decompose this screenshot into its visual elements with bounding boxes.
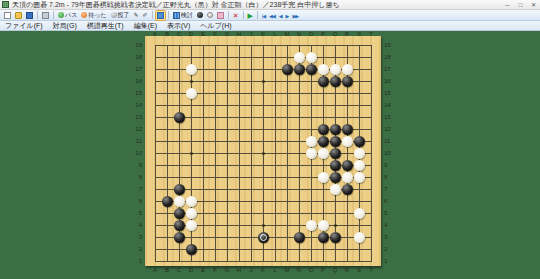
board-intersection[interactable] [353,171,365,183]
board-intersection[interactable] [329,39,341,51]
board-intersection[interactable] [293,111,305,123]
board-intersection[interactable] [365,243,377,255]
board-intersection[interactable] [197,147,209,159]
board-intersection[interactable] [209,51,221,63]
board-intersection[interactable] [209,255,221,267]
board-intersection[interactable] [257,63,269,75]
board-intersection[interactable] [293,63,305,75]
board-intersection[interactable] [161,207,173,219]
board-intersection[interactable] [149,159,161,171]
board-intersection[interactable] [365,135,377,147]
board-intersection[interactable] [293,39,305,51]
board-intersection[interactable] [233,63,245,75]
board-intersection[interactable] [149,51,161,63]
board-intersection[interactable] [365,207,377,219]
board-intersection[interactable] [233,39,245,51]
board-intersection[interactable] [161,255,173,267]
board-intersection[interactable] [257,219,269,231]
board-intersection[interactable] [317,63,329,75]
board-intersection[interactable] [173,231,185,243]
board-intersection[interactable] [317,39,329,51]
board-intersection[interactable] [353,159,365,171]
board-intersection[interactable] [341,171,353,183]
nav-forward10-button[interactable]: ▶▶ [291,11,299,20]
board-intersection[interactable] [221,219,233,231]
board-intersection[interactable] [305,63,317,75]
board-intersection[interactable] [305,75,317,87]
board-intersection[interactable] [185,135,197,147]
board-intersection[interactable] [317,243,329,255]
board-intersection[interactable] [269,219,281,231]
board-intersection[interactable] [221,51,233,63]
board-intersection[interactable] [149,123,161,135]
board-intersection[interactable] [257,135,269,147]
board-intersection[interactable] [161,99,173,111]
board-intersection[interactable] [185,159,197,171]
board-intersection[interactable] [233,147,245,159]
board-intersection[interactable] [209,195,221,207]
board-intersection[interactable] [161,219,173,231]
board-intersection[interactable] [341,207,353,219]
board-intersection[interactable] [173,171,185,183]
board-intersection[interactable] [221,243,233,255]
board-intersection[interactable] [173,75,185,87]
board-intersection[interactable] [221,159,233,171]
board-intersection[interactable] [209,111,221,123]
board-intersection[interactable] [149,231,161,243]
board-intersection[interactable] [185,207,197,219]
board-intersection[interactable] [233,135,245,147]
board-intersection[interactable] [329,75,341,87]
new-file-button[interactable] [3,11,12,20]
black-stone-tool[interactable] [196,11,204,20]
board-intersection[interactable] [341,75,353,87]
board-intersection[interactable] [317,231,329,243]
board-intersection[interactable] [161,243,173,255]
board-intersection[interactable] [233,207,245,219]
board-intersection[interactable] [197,51,209,63]
board-intersection[interactable] [149,147,161,159]
board-intersection[interactable] [305,147,317,159]
play-button[interactable]: ▶ [247,11,254,20]
board-intersection[interactable] [149,219,161,231]
board-intersection[interactable] [269,135,281,147]
board-intersection[interactable] [161,195,173,207]
board-intersection[interactable] [209,123,221,135]
board-intersection[interactable] [149,39,161,51]
board-intersection[interactable] [353,123,365,135]
board-intersection[interactable] [149,87,161,99]
board-intersection[interactable] [317,147,329,159]
board-intersection[interactable] [341,219,353,231]
board-intersection[interactable] [317,207,329,219]
board-intersection[interactable] [365,39,377,51]
board-intersection[interactable] [185,39,197,51]
board-intersection[interactable] [257,195,269,207]
board-intersection[interactable] [365,87,377,99]
board-intersection[interactable] [353,135,365,147]
board-intersection[interactable] [245,195,257,207]
board-intersection[interactable] [197,243,209,255]
board-intersection[interactable] [365,123,377,135]
board-intersection[interactable] [293,75,305,87]
board-intersection[interactable] [281,123,293,135]
board-intersection[interactable] [245,75,257,87]
board-intersection[interactable] [329,99,341,111]
board-intersection[interactable] [305,183,317,195]
board-intersection[interactable] [281,207,293,219]
board-intersection[interactable] [353,87,365,99]
board-intersection[interactable] [341,231,353,243]
board-intersection[interactable] [161,123,173,135]
board-intersection[interactable] [149,135,161,147]
board-intersection[interactable] [245,231,257,243]
board-intersection[interactable] [161,51,173,63]
board-intersection[interactable] [257,171,269,183]
board-intersection[interactable] [257,87,269,99]
board-intersection[interactable] [197,99,209,111]
board-intersection[interactable] [197,39,209,51]
board-intersection[interactable] [185,99,197,111]
board-intersection[interactable] [305,231,317,243]
board-intersection[interactable] [269,255,281,267]
board-intersection[interactable] [269,183,281,195]
board-intersection[interactable] [245,123,257,135]
board-intersection[interactable] [209,219,221,231]
board-intersection[interactable] [221,147,233,159]
board-intersection[interactable] [257,159,269,171]
board-intersection[interactable] [233,255,245,267]
board-intersection[interactable] [209,231,221,243]
board-intersection[interactable] [173,39,185,51]
board-intersection[interactable] [281,63,293,75]
board-intersection[interactable] [197,75,209,87]
board-intersection[interactable] [329,195,341,207]
board-intersection[interactable] [341,123,353,135]
board-intersection[interactable] [269,75,281,87]
board-intersection[interactable] [317,51,329,63]
board-intersection[interactable] [173,123,185,135]
board-intersection[interactable] [293,231,305,243]
board-intersection[interactable] [161,231,173,243]
board-intersection[interactable] [353,195,365,207]
board-intersection[interactable] [173,159,185,171]
board-intersection[interactable] [293,219,305,231]
board-intersection[interactable] [185,219,197,231]
board-intersection[interactable] [317,219,329,231]
board-intersection[interactable] [305,99,317,111]
save-file-button[interactable] [25,11,34,20]
board-intersection[interactable] [221,99,233,111]
board-intersection[interactable] [185,75,197,87]
board-intersection[interactable] [281,183,293,195]
menu-編集[interactable]: 編集(E) [129,21,162,31]
nav-first-button[interactable]: |◀ [261,11,266,20]
board-intersection[interactable] [317,195,329,207]
board-intersection[interactable] [281,39,293,51]
board-intersection[interactable] [209,147,221,159]
board-intersection[interactable] [317,183,329,195]
board-intersection[interactable] [149,111,161,123]
board-intersection[interactable] [281,243,293,255]
nav-forward-button[interactable]: ▶ [285,11,290,20]
board-intersection[interactable] [365,195,377,207]
board-intersection[interactable] [281,147,293,159]
board-intersection[interactable] [281,255,293,267]
board-intersection[interactable] [353,75,365,87]
board-intersection[interactable] [233,171,245,183]
board-intersection[interactable] [293,123,305,135]
board-intersection[interactable] [197,63,209,75]
board-intersection[interactable] [329,123,341,135]
board-intersection[interactable] [293,207,305,219]
board-intersection[interactable] [365,231,377,243]
board-intersection[interactable] [257,99,269,111]
board-intersection[interactable] [209,87,221,99]
board-intersection[interactable] [233,195,245,207]
board-intersection[interactable] [173,195,185,207]
board-intersection[interactable] [293,183,305,195]
board-intersection[interactable] [221,75,233,87]
board-intersection[interactable] [149,63,161,75]
board-intersection[interactable] [329,135,341,147]
board-intersection[interactable] [209,135,221,147]
board-intersection[interactable] [233,243,245,255]
board-intersection[interactable] [257,39,269,51]
board-intersection[interactable] [257,75,269,87]
board-intersection[interactable] [305,243,317,255]
board-intersection[interactable] [281,219,293,231]
board-intersection[interactable] [245,147,257,159]
board-intersection[interactable] [317,87,329,99]
board-intersection[interactable] [185,255,197,267]
board-intersection[interactable] [197,183,209,195]
board-intersection[interactable] [221,231,233,243]
board-intersection[interactable] [269,51,281,63]
board-intersection[interactable] [161,87,173,99]
board-intersection[interactable] [329,147,341,159]
board-intersection[interactable] [245,171,257,183]
board-intersection[interactable] [209,183,221,195]
board-intersection[interactable] [161,171,173,183]
board-intersection[interactable] [317,99,329,111]
print-button[interactable] [41,11,50,20]
pen-tool[interactable]: ✎ [133,11,140,20]
open-file-button[interactable] [14,11,23,20]
board-intersection[interactable] [341,99,353,111]
board-intersection[interactable] [245,183,257,195]
board-intersection[interactable] [257,183,269,195]
board-intersection[interactable] [365,75,377,87]
board-intersection[interactable] [233,99,245,111]
board-intersection[interactable] [293,147,305,159]
board-intersection[interactable] [365,219,377,231]
board-intersection[interactable] [341,195,353,207]
board-intersection[interactable] [173,219,185,231]
board-intersection[interactable] [353,183,365,195]
board-intersection[interactable] [269,207,281,219]
board-intersection[interactable] [341,243,353,255]
board-intersection[interactable] [149,195,161,207]
board-intersection[interactable] [185,171,197,183]
board-intersection[interactable] [173,147,185,159]
board-intersection[interactable] [281,111,293,123]
board-intersection[interactable] [341,111,353,123]
board-intersection[interactable] [305,87,317,99]
board-intersection[interactable] [233,183,245,195]
board-intersection[interactable] [233,123,245,135]
board-intersection[interactable] [329,231,341,243]
board-intersection[interactable] [221,123,233,135]
board-intersection[interactable] [209,207,221,219]
board-intersection[interactable] [269,231,281,243]
board-intersection[interactable] [305,39,317,51]
board-intersection[interactable] [293,195,305,207]
board-intersection[interactable] [329,171,341,183]
board-intersection[interactable] [197,195,209,207]
board-intersection[interactable] [197,231,209,243]
board-intersection[interactable] [305,171,317,183]
board-intersection[interactable] [341,63,353,75]
board-intersection[interactable] [365,255,377,267]
board-intersection[interactable] [185,195,197,207]
board-intersection[interactable] [353,39,365,51]
board-intersection[interactable] [365,63,377,75]
board-intersection[interactable] [173,99,185,111]
board-intersection[interactable] [185,87,197,99]
board-intersection[interactable] [221,111,233,123]
board-intersection[interactable] [329,243,341,255]
board-intersection[interactable] [353,99,365,111]
board-intersection[interactable] [281,195,293,207]
nav-back-button[interactable]: ◀ [278,11,283,20]
board-intersection[interactable] [245,99,257,111]
board-intersection[interactable] [161,75,173,87]
board-intersection[interactable] [341,159,353,171]
board-intersection[interactable] [293,159,305,171]
maximize-button[interactable]: □ [514,0,527,10]
pass-button[interactable]: パス [57,11,78,20]
board-intersection[interactable] [149,243,161,255]
board-intersection[interactable] [353,51,365,63]
board-intersection[interactable] [305,195,317,207]
board-intersection[interactable] [161,159,173,171]
eraser-tool[interactable] [216,11,225,20]
board-intersection[interactable] [329,159,341,171]
board-intersection[interactable] [341,87,353,99]
board-intersection[interactable] [161,111,173,123]
board-intersection[interactable] [269,147,281,159]
board-intersection[interactable] [173,207,185,219]
board-intersection[interactable] [281,87,293,99]
board-intersection[interactable] [257,243,269,255]
board-mode-button[interactable] [156,11,165,20]
board-intersection[interactable] [245,219,257,231]
board-intersection[interactable] [245,135,257,147]
board-intersection[interactable] [149,75,161,87]
board-intersection[interactable] [329,183,341,195]
menu-棋譜再生[interactable]: 棋譜再生(T) [82,21,129,31]
board-intersection[interactable] [353,147,365,159]
board-intersection[interactable] [269,159,281,171]
menu-対局[interactable]: 対局(G) [48,21,82,31]
board-intersection[interactable] [197,159,209,171]
board-intersection[interactable] [197,87,209,99]
board-intersection[interactable] [161,63,173,75]
board-intersection[interactable] [329,207,341,219]
board-intersection[interactable] [269,243,281,255]
board-intersection[interactable] [353,255,365,267]
board-intersection[interactable] [221,183,233,195]
board-intersection[interactable] [281,75,293,87]
board-intersection[interactable] [329,219,341,231]
board-intersection[interactable] [341,39,353,51]
close-button[interactable]: ✕ [527,0,540,10]
board-intersection[interactable] [281,51,293,63]
board-intersection[interactable] [293,51,305,63]
board-intersection[interactable] [293,99,305,111]
board-intersection[interactable] [173,183,185,195]
board-intersection[interactable] [197,123,209,135]
board-intersection[interactable] [305,111,317,123]
board-intersection[interactable] [233,231,245,243]
board-intersection[interactable] [353,243,365,255]
board-intersection[interactable] [173,243,185,255]
board-intersection[interactable] [329,51,341,63]
board-intersection[interactable] [161,135,173,147]
board-intersection[interactable] [233,75,245,87]
board-intersection[interactable] [317,75,329,87]
board-intersection[interactable] [305,219,317,231]
board-intersection[interactable] [293,255,305,267]
board-intersection[interactable] [245,243,257,255]
board-intersection[interactable] [293,243,305,255]
board-intersection[interactable] [221,195,233,207]
board-intersection[interactable] [221,255,233,267]
board-intersection[interactable] [305,159,317,171]
board-intersection[interactable] [257,51,269,63]
undo-move-button[interactable]: 待った [80,11,107,20]
board-intersection[interactable] [353,219,365,231]
board-intersection[interactable] [245,159,257,171]
board-intersection[interactable] [353,207,365,219]
board-intersection[interactable] [221,171,233,183]
board-intersection[interactable] [245,63,257,75]
delete-button[interactable]: ✕ [232,11,240,20]
board-intersection[interactable] [245,39,257,51]
board-intersection[interactable] [317,171,329,183]
board-intersection[interactable] [149,255,161,267]
board-intersection[interactable] [269,99,281,111]
board-intersection[interactable] [317,159,329,171]
board-intersection[interactable] [257,231,269,243]
board-intersection[interactable] [149,207,161,219]
board-intersection[interactable] [365,51,377,63]
board-intersection[interactable] [221,39,233,51]
board-intersection[interactable] [293,135,305,147]
board-intersection[interactable] [329,63,341,75]
board-intersection[interactable] [329,87,341,99]
board-intersection[interactable] [185,243,197,255]
board-intersection[interactable] [173,111,185,123]
board-intersection[interactable] [173,63,185,75]
board-intersection[interactable] [365,99,377,111]
pen2-tool[interactable]: ✐ [142,11,149,20]
board-intersection[interactable] [233,159,245,171]
board-intersection[interactable] [365,183,377,195]
board-intersection[interactable] [269,123,281,135]
board-intersection[interactable] [281,99,293,111]
